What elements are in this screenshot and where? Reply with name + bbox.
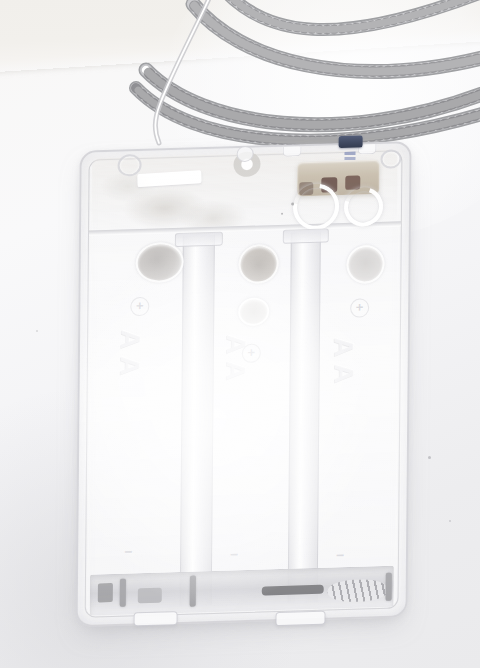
contact-pin [120,579,126,607]
polarity-mark-minus-left: − [124,543,132,559]
photo-canvas: + + + AA AA AA − − − [0,0,480,668]
top-edge-notch [283,146,302,157]
switch-knob [339,135,363,148]
contact-bar [262,585,324,596]
debris-speck [281,213,283,215]
switch-marking [344,152,355,162]
battery-box: + + + AA AA AA − − − [76,141,412,627]
coil-loop-1 [222,0,478,30]
contact-pin [190,576,196,607]
slot-embossed-text-left: AA [113,329,145,382]
contact-plate [98,583,113,602]
polarity-mark-minus-middle: − [230,546,238,562]
slot-divider-rail-1 [180,235,215,606]
slot-embossed-text-middle: AA [220,334,251,388]
contact-pin [386,573,392,601]
slot-divider-rail-2 [288,232,321,603]
coil-loop-3a [146,70,480,125]
dust-speck [428,456,431,459]
bottom-clip-tab [134,611,178,626]
bottom-clip-tab [275,611,325,626]
polarity-mark-minus-right: − [336,547,344,563]
dust-speck [36,330,38,332]
battery-spring [328,579,388,603]
contact-plate [138,588,162,604]
glitter-coil [136,0,480,141]
dust-speck [437,120,440,123]
dust-speck [449,520,451,522]
slot-embossed-text-right: AA [327,336,358,390]
